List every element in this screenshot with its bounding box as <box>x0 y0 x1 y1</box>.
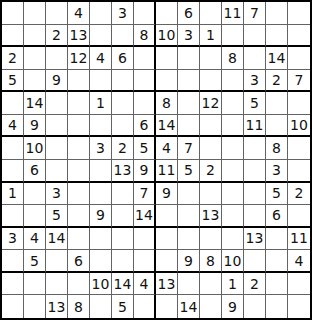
cell-r8c9: 5 <box>178 160 200 183</box>
cell-r10c13: 6 <box>266 205 288 228</box>
cell-r1c1[interactable] <box>2 2 24 25</box>
cell-r3c11: 8 <box>222 47 244 70</box>
cell-r6c3[interactable] <box>46 115 68 138</box>
cell-r13c3[interactable] <box>46 273 68 296</box>
cell-r14c1[interactable] <box>2 295 24 318</box>
cell-r4c11[interactable] <box>222 70 244 93</box>
cell-r1c2[interactable] <box>24 2 46 25</box>
cell-r1c10[interactable] <box>200 2 222 25</box>
cell-r13c7: 4 <box>134 273 156 296</box>
cell-r3c2[interactable] <box>24 47 46 70</box>
cell-r7c5: 3 <box>90 137 112 160</box>
cell-r11c7[interactable] <box>134 228 156 251</box>
cell-r11c1: 3 <box>2 228 24 251</box>
cell-r4c8[interactable] <box>156 70 178 93</box>
cell-r2c6[interactable] <box>112 25 134 48</box>
cell-r7c6: 2 <box>112 137 134 160</box>
cell-r2c4: 13 <box>68 25 90 48</box>
cell-r11c9[interactable] <box>178 228 200 251</box>
cell-r4c12: 3 <box>244 70 266 93</box>
cell-r6c7: 6 <box>134 115 156 138</box>
cell-r1c12: 7 <box>244 2 266 25</box>
cell-r13c2[interactable] <box>24 273 46 296</box>
cell-r9c11[interactable] <box>222 183 244 206</box>
cell-r3c4: 12 <box>68 47 90 70</box>
cell-r8c10: 2 <box>200 160 222 183</box>
cell-r7c1[interactable] <box>2 137 24 160</box>
cell-r7c12[interactable] <box>244 137 266 160</box>
cell-r14c7[interactable] <box>134 295 156 318</box>
cell-r4c1: 5 <box>2 70 24 93</box>
cell-r10c10: 13 <box>200 205 222 228</box>
cell-r12c6[interactable] <box>112 250 134 273</box>
cell-r2c8: 10 <box>156 25 178 48</box>
cell-r3c1: 2 <box>2 47 24 70</box>
cell-r7c10[interactable] <box>200 137 222 160</box>
cell-r6c9[interactable] <box>178 115 200 138</box>
cell-r8c6: 13 <box>112 160 134 183</box>
cell-r11c12: 13 <box>244 228 266 251</box>
cell-r3c14[interactable] <box>288 47 310 70</box>
cell-r5c6[interactable] <box>112 92 134 115</box>
cell-r7c13: 8 <box>266 137 288 160</box>
cell-r8c14[interactable] <box>288 160 310 183</box>
cell-r12c8[interactable] <box>156 250 178 273</box>
cell-r14c6: 5 <box>112 295 134 318</box>
cell-r8c7: 9 <box>134 160 156 183</box>
cell-r13c14[interactable] <box>288 273 310 296</box>
cell-r7c8: 4 <box>156 137 178 160</box>
cell-r9c13: 5 <box>266 183 288 206</box>
cell-r6c12: 11 <box>244 115 266 138</box>
cell-r3c3[interactable] <box>46 47 68 70</box>
cell-r14c3: 13 <box>46 295 68 318</box>
cell-r8c4[interactable] <box>68 160 90 183</box>
cell-r4c5[interactable] <box>90 70 112 93</box>
cell-r10c3: 5 <box>46 205 68 228</box>
cell-r5c14[interactable] <box>288 92 310 115</box>
cell-r13c11: 1 <box>222 273 244 296</box>
cell-r4c4[interactable] <box>68 70 90 93</box>
cell-r11c8[interactable] <box>156 228 178 251</box>
cell-r14c10[interactable] <box>200 295 222 318</box>
cell-r10c11[interactable] <box>222 205 244 228</box>
cell-r4c7[interactable] <box>134 70 156 93</box>
cell-r5c10: 12 <box>200 92 222 115</box>
cell-r1c5[interactable] <box>90 2 112 25</box>
cell-r9c1: 1 <box>2 183 24 206</box>
cell-r2c13[interactable] <box>266 25 288 48</box>
cell-r13c4[interactable] <box>68 273 90 296</box>
cell-r3c10[interactable] <box>200 47 222 70</box>
cell-r5c7[interactable] <box>134 92 156 115</box>
cell-r11c14: 11 <box>288 228 310 251</box>
cell-r9c5[interactable] <box>90 183 112 206</box>
cell-r5c1[interactable] <box>2 92 24 115</box>
cell-r13c8: 13 <box>156 273 178 296</box>
cell-r9c9[interactable] <box>178 183 200 206</box>
cell-r12c3[interactable] <box>46 250 68 273</box>
cell-r2c10: 1 <box>200 25 222 48</box>
cell-r12c9: 9 <box>178 250 200 273</box>
cell-r14c11: 9 <box>222 295 244 318</box>
cell-r4c2[interactable] <box>24 70 46 93</box>
cell-r6c6[interactable] <box>112 115 134 138</box>
cell-r2c5[interactable] <box>90 25 112 48</box>
cell-r1c14[interactable] <box>288 2 310 25</box>
cell-r13c6: 14 <box>112 273 134 296</box>
cell-r10c7: 14 <box>134 205 156 228</box>
cell-r11c5[interactable] <box>90 228 112 251</box>
cell-r2c3: 2 <box>46 25 68 48</box>
cell-r8c3[interactable] <box>46 160 68 183</box>
cell-r11c3: 14 <box>46 228 68 251</box>
cell-r9c6[interactable] <box>112 183 134 206</box>
cell-r5c11[interactable] <box>222 92 244 115</box>
cell-r5c3[interactable] <box>46 92 68 115</box>
cell-r7c2: 10 <box>24 137 46 160</box>
cell-r2c1[interactable] <box>2 25 24 48</box>
cell-r3c13: 14 <box>266 47 288 70</box>
cell-r10c1[interactable] <box>2 205 24 228</box>
cell-r1c6: 3 <box>112 2 134 25</box>
cell-r4c13: 2 <box>266 70 288 93</box>
cell-r12c4: 6 <box>68 250 90 273</box>
cell-r1c9: 6 <box>178 2 200 25</box>
cell-r9c12[interactable] <box>244 183 266 206</box>
cell-r7c7: 5 <box>134 137 156 160</box>
cell-r12c5[interactable] <box>90 250 112 273</box>
cell-r11c11[interactable] <box>222 228 244 251</box>
cell-r13c13[interactable] <box>266 273 288 296</box>
cell-r1c8[interactable] <box>156 2 178 25</box>
cell-r2c11[interactable] <box>222 25 244 48</box>
cell-r12c2: 5 <box>24 250 46 273</box>
cell-r7c11[interactable] <box>222 137 244 160</box>
cell-r2c9: 3 <box>178 25 200 48</box>
cell-r5c9[interactable] <box>178 92 200 115</box>
cell-r3c6: 6 <box>112 47 134 70</box>
cell-r2c14[interactable] <box>288 25 310 48</box>
cell-r10c4[interactable] <box>68 205 90 228</box>
cell-r10c2[interactable] <box>24 205 46 228</box>
cell-r9c10[interactable] <box>200 183 222 206</box>
cell-r9c4[interactable] <box>68 183 90 206</box>
cell-r6c4[interactable] <box>68 115 90 138</box>
cell-r1c4: 4 <box>68 2 90 25</box>
cell-r6c8: 14 <box>156 115 178 138</box>
cell-r1c7[interactable] <box>134 2 156 25</box>
cell-r9c7: 7 <box>134 183 156 206</box>
cell-r9c2[interactable] <box>24 183 46 206</box>
cell-r14c8[interactable] <box>156 295 178 318</box>
cell-r7c4[interactable] <box>68 137 90 160</box>
cell-r12c12[interactable] <box>244 250 266 273</box>
cell-r7c3[interactable] <box>46 137 68 160</box>
cell-r12c11: 10 <box>222 250 244 273</box>
cell-r5c12: 5 <box>244 92 266 115</box>
cell-r8c12[interactable] <box>244 160 266 183</box>
cell-r8c1[interactable] <box>2 160 24 183</box>
cell-r6c2: 9 <box>24 115 46 138</box>
cell-r6c5[interactable] <box>90 115 112 138</box>
cell-r12c13[interactable] <box>266 250 288 273</box>
cell-r8c11[interactable] <box>222 160 244 183</box>
cell-r13c5: 10 <box>90 273 112 296</box>
cell-r13c10[interactable] <box>200 273 222 296</box>
cell-r8c5[interactable] <box>90 160 112 183</box>
cell-r6c1: 4 <box>2 115 24 138</box>
cell-r8c13: 3 <box>266 160 288 183</box>
cell-r11c13[interactable] <box>266 228 288 251</box>
cell-r5c13[interactable] <box>266 92 288 115</box>
cell-r11c10[interactable] <box>200 228 222 251</box>
cell-r4c14: 7 <box>288 70 310 93</box>
cell-r3c8[interactable] <box>156 47 178 70</box>
cell-r1c3[interactable] <box>46 2 68 25</box>
cell-r1c11: 11 <box>222 2 244 25</box>
cell-r14c12[interactable] <box>244 295 266 318</box>
cell-r14c14[interactable] <box>288 295 310 318</box>
cell-r6c11[interactable] <box>222 115 244 138</box>
cell-r2c12[interactable] <box>244 25 266 48</box>
cell-r10c5: 9 <box>90 205 112 228</box>
cell-r3c12[interactable] <box>244 47 266 70</box>
cell-r6c10[interactable] <box>200 115 222 138</box>
cell-r12c1[interactable] <box>2 250 24 273</box>
cell-r12c10: 8 <box>200 250 222 273</box>
cell-r14c9: 14 <box>178 295 200 318</box>
cell-r4c10[interactable] <box>200 70 222 93</box>
cell-r11c4[interactable] <box>68 228 90 251</box>
cell-r4c6[interactable] <box>112 70 134 93</box>
cell-r5c5: 1 <box>90 92 112 115</box>
cell-r14c13[interactable] <box>266 295 288 318</box>
cell-r12c7[interactable] <box>134 250 156 273</box>
cell-r13c9[interactable] <box>178 273 200 296</box>
cell-r12c14: 4 <box>288 250 310 273</box>
sudoku-board: 4361172138103121246814593271418125496141… <box>0 0 312 320</box>
cell-r10c9[interactable] <box>178 205 200 228</box>
cell-r14c2[interactable] <box>24 295 46 318</box>
cell-r4c9[interactable] <box>178 70 200 93</box>
cell-r10c6[interactable] <box>112 205 134 228</box>
cell-r9c3: 3 <box>46 183 68 206</box>
cell-r11c6[interactable] <box>112 228 134 251</box>
cell-r2c2[interactable] <box>24 25 46 48</box>
cell-r3c9[interactable] <box>178 47 200 70</box>
cell-r9c14: 2 <box>288 183 310 206</box>
cell-r6c13[interactable] <box>266 115 288 138</box>
cell-r8c8: 11 <box>156 160 178 183</box>
cell-r4c3: 9 <box>46 70 68 93</box>
cell-r2c7: 8 <box>134 25 156 48</box>
cell-r10c14[interactable] <box>288 205 310 228</box>
cell-r8c2: 6 <box>24 160 46 183</box>
cell-r11c2: 4 <box>24 228 46 251</box>
cell-r7c9: 7 <box>178 137 200 160</box>
cell-r5c8: 8 <box>156 92 178 115</box>
cell-r13c12: 2 <box>244 273 266 296</box>
cell-r5c2: 14 <box>24 92 46 115</box>
cell-r3c7[interactable] <box>134 47 156 70</box>
cell-r6c14: 10 <box>288 115 310 138</box>
cell-r10c8[interactable] <box>156 205 178 228</box>
cell-r5c4[interactable] <box>68 92 90 115</box>
cell-r3c5: 4 <box>90 47 112 70</box>
cell-r7c14[interactable] <box>288 137 310 160</box>
cell-r9c8: 9 <box>156 183 178 206</box>
cell-r10c12[interactable] <box>244 205 266 228</box>
cell-r1c13[interactable] <box>266 2 288 25</box>
cell-r14c4: 8 <box>68 295 90 318</box>
cell-r14c5[interactable] <box>90 295 112 318</box>
cell-r13c1[interactable] <box>2 273 24 296</box>
